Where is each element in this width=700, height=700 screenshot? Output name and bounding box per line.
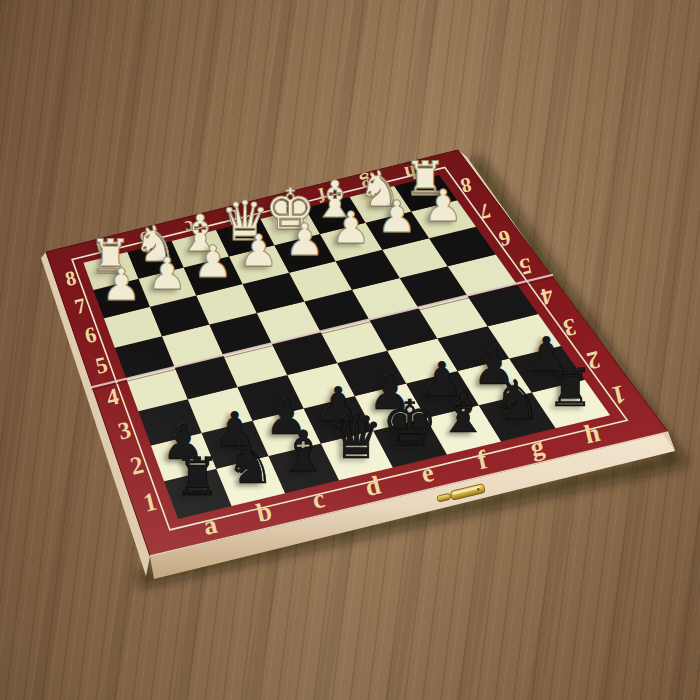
chess-set-photo: aabbccddeeffgghh1122334455667788 ♜♞♝♛♚♝♞… [0,0,700,700]
board-sheen [46,150,668,556]
chess-board: aabbccddeeffgghh1122334455667788 [0,0,700,700]
